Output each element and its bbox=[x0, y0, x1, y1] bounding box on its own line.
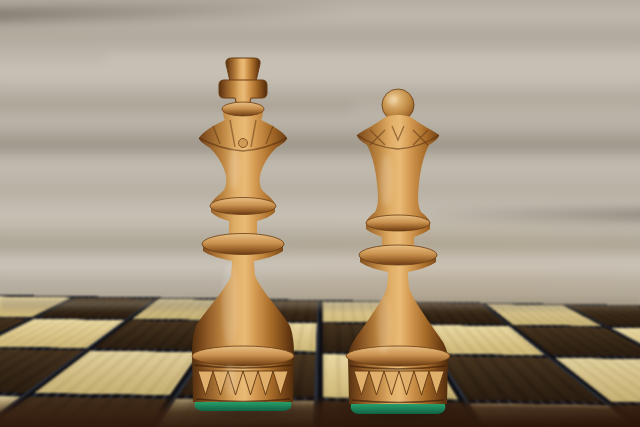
white-queen-piece bbox=[340, 88, 458, 422]
board-back-edge-blur bbox=[0, 295, 640, 313]
king-ring bbox=[210, 198, 276, 215]
chessboard bbox=[0, 0, 640, 427]
white-king-piece bbox=[180, 54, 306, 416]
queen-felt bbox=[351, 404, 446, 414]
queen-disc bbox=[359, 245, 437, 265]
king-collar bbox=[222, 102, 264, 116]
queen-ring bbox=[366, 215, 430, 231]
board-square bbox=[611, 328, 640, 359]
photo-scene bbox=[0, 0, 640, 427]
king-disc bbox=[202, 234, 284, 255]
king-felt bbox=[195, 402, 292, 411]
king-crown-nub bbox=[239, 139, 248, 148]
board-square bbox=[439, 356, 603, 402]
king-base-rim bbox=[192, 346, 294, 366]
queen-base-rim bbox=[346, 346, 450, 366]
